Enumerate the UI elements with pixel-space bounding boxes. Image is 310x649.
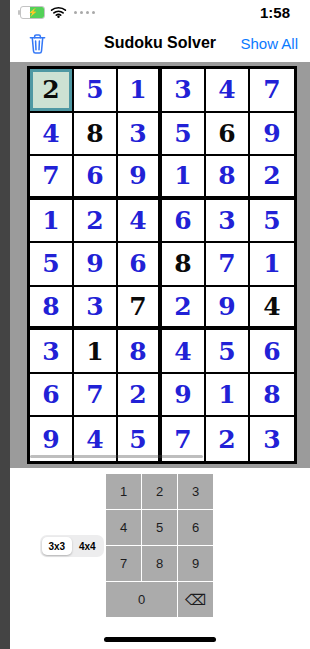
backspace-key[interactable]: ⌫ [178,582,213,617]
status-time: 1:58 [260,4,310,21]
cell-r5c4[interactable]: 8 [162,243,206,287]
cell-r2c4[interactable]: 5 [162,113,206,157]
cell-r3c5[interactable]: 8 [206,156,250,200]
cell-r6c4[interactable]: 2 [162,287,206,331]
cell-r4c1[interactable]: 1 [30,200,74,244]
grid-size-segmented-control: 3x3 4x4 [40,535,104,557]
key-5[interactable]: 5 [142,510,177,545]
key-6[interactable]: 6 [178,510,213,545]
cell-r4c4[interactable]: 6 [162,200,206,244]
sudoku-grid: 2513474835697691821246355968718372943184… [27,66,297,464]
show-all-button[interactable]: Show All [234,34,310,53]
cell-r1c3[interactable]: 1 [118,69,162,113]
cell-r5c5[interactable]: 7 [206,243,250,287]
cell-r7c3[interactable]: 8 [118,330,162,374]
battery-icon: ⚡ [20,6,45,19]
cell-r4c2[interactable]: 2 [74,200,118,244]
key-7[interactable]: 7 [106,546,141,581]
status-bar: ⚡ 1:58 [10,0,310,24]
cellular-dots-icon [74,11,95,14]
cell-r4c5[interactable]: 3 [206,200,250,244]
cell-r1c1[interactable]: 2 [30,69,74,113]
cell-r7c2[interactable]: 1 [74,330,118,374]
cell-r2c5[interactable]: 6 [206,113,250,157]
cell-r8c3[interactable]: 2 [118,374,162,418]
cell-r6c1[interactable]: 8 [30,287,74,331]
cell-r3c4[interactable]: 1 [162,156,206,200]
cell-r1c6[interactable]: 7 [250,69,294,113]
number-keypad: 1234567890⌫ [106,474,213,617]
trash-button[interactable] [26,31,48,55]
key-8[interactable]: 8 [142,546,177,581]
key-4[interactable]: 4 [106,510,141,545]
nav-bar: Sudoku Solver Show All [10,24,310,62]
cell-r9c6[interactable]: 3 [250,417,294,461]
cell-r7c1[interactable]: 3 [30,330,74,374]
cell-r4c6[interactable]: 5 [250,200,294,244]
key-0[interactable]: 0 [106,582,177,617]
cell-r5c1[interactable]: 5 [30,243,74,287]
cell-r6c6[interactable]: 4 [250,287,294,331]
segment-4x4[interactable]: 4x4 [73,537,103,555]
cell-r9c5[interactable]: 2 [206,417,250,461]
status-icons: ⚡ [10,6,95,19]
cell-r5c2[interactable]: 9 [74,243,118,287]
cell-r3c3[interactable]: 9 [118,156,162,200]
key-2[interactable]: 2 [142,474,177,509]
cell-r1c4[interactable]: 3 [162,69,206,113]
cell-r8c2[interactable]: 7 [74,374,118,418]
cell-r8c5[interactable]: 1 [206,374,250,418]
key-9[interactable]: 9 [178,546,213,581]
segment-3x3[interactable]: 3x3 [42,537,72,555]
cell-r3c1[interactable]: 7 [30,156,74,200]
cell-r6c2[interactable]: 3 [74,287,118,331]
cell-r4c3[interactable]: 4 [118,200,162,244]
cell-r8c6[interactable]: 8 [250,374,294,418]
cell-r2c6[interactable]: 9 [250,113,294,157]
key-3[interactable]: 3 [178,474,213,509]
home-indicator[interactable] [104,637,216,642]
cell-r7c4[interactable]: 4 [162,330,206,374]
cell-r2c3[interactable]: 3 [118,113,162,157]
cell-r6c3[interactable]: 7 [118,287,162,331]
cell-r1c2[interactable]: 5 [74,69,118,113]
horizontal-scroll-indicator[interactable] [30,455,203,458]
cell-r2c2[interactable]: 8 [74,113,118,157]
cell-r3c6[interactable]: 2 [250,156,294,200]
cell-r8c4[interactable]: 9 [162,374,206,418]
cell-r3c2[interactable]: 6 [74,156,118,200]
trash-icon [28,33,47,54]
app-window: ⚡ 1:58 Sudoku Solve [10,0,310,649]
cell-r2c1[interactable]: 4 [30,113,74,157]
cell-r6c5[interactable]: 9 [206,287,250,331]
cell-r7c5[interactable]: 5 [206,330,250,374]
cell-r5c6[interactable]: 1 [250,243,294,287]
cell-r7c6[interactable]: 6 [250,330,294,374]
cell-r8c1[interactable]: 6 [30,374,74,418]
board-area: 2513474835697691821246355968718372943184… [10,62,310,468]
cell-r5c3[interactable]: 6 [118,243,162,287]
cell-r1c5[interactable]: 4 [206,69,250,113]
wifi-icon [50,6,67,18]
key-1[interactable]: 1 [106,474,141,509]
